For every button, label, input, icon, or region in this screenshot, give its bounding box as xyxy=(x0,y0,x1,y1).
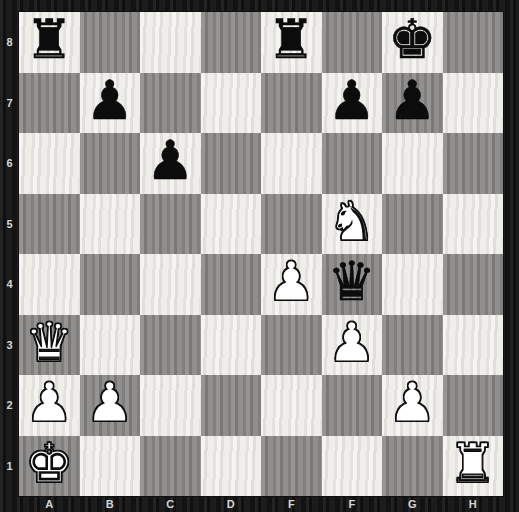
square-d2[interactable] xyxy=(201,375,262,436)
piece-black-pawn[interactable]: ♟ xyxy=(388,74,436,128)
piece-white-queen[interactable]: ♛ xyxy=(25,316,73,370)
square-f2[interactable] xyxy=(322,375,383,436)
rank-label-5: 5 xyxy=(0,194,19,255)
piece-black-rook[interactable]: ♜ xyxy=(25,13,73,67)
file-label-a: A xyxy=(19,496,80,512)
piece-white-rook[interactable]: ♜ xyxy=(449,437,497,491)
square-h8[interactable] xyxy=(443,12,504,73)
square-h5[interactable] xyxy=(443,194,504,255)
file-label-e: F xyxy=(261,496,322,512)
board: ♜♜♚♟♟♟♟♞♟♛♛♟♟♟♟♚♜ xyxy=(19,12,503,496)
square-b7[interactable]: ♟ xyxy=(80,73,141,134)
square-f1[interactable] xyxy=(322,436,383,497)
file-label-c: C xyxy=(140,496,201,512)
piece-black-king[interactable]: ♚ xyxy=(388,13,436,67)
file-label-b: B xyxy=(80,496,141,512)
square-h6[interactable] xyxy=(443,133,504,194)
piece-black-pawn[interactable]: ♟ xyxy=(146,134,194,188)
square-e6[interactable] xyxy=(261,133,322,194)
square-d8[interactable] xyxy=(201,12,262,73)
square-g8[interactable]: ♚ xyxy=(382,12,443,73)
square-g4[interactable] xyxy=(382,254,443,315)
square-g6[interactable] xyxy=(382,133,443,194)
square-f3[interactable]: ♟ xyxy=(322,315,383,376)
square-b2[interactable]: ♟ xyxy=(80,375,141,436)
square-b4[interactable] xyxy=(80,254,141,315)
piece-white-pawn[interactable]: ♟ xyxy=(388,376,436,430)
file-label-g: G xyxy=(382,496,443,512)
square-d4[interactable] xyxy=(201,254,262,315)
square-e7[interactable] xyxy=(261,73,322,134)
rank-label-4: 4 xyxy=(0,254,19,315)
square-e8[interactable]: ♜ xyxy=(261,12,322,73)
square-a2[interactable]: ♟ xyxy=(19,375,80,436)
file-label-d: D xyxy=(201,496,262,512)
square-f6[interactable] xyxy=(322,133,383,194)
piece-black-pawn[interactable]: ♟ xyxy=(86,74,134,128)
rank-label-8: 8 xyxy=(0,12,19,73)
square-h4[interactable] xyxy=(443,254,504,315)
file-label-h: H xyxy=(443,496,504,512)
square-e3[interactable] xyxy=(261,315,322,376)
square-a4[interactable] xyxy=(19,254,80,315)
square-e1[interactable] xyxy=(261,436,322,497)
square-c3[interactable] xyxy=(140,315,201,376)
rank-label-7: 7 xyxy=(0,73,19,134)
square-g3[interactable] xyxy=(382,315,443,376)
square-d3[interactable] xyxy=(201,315,262,376)
square-a5[interactable] xyxy=(19,194,80,255)
square-h1[interactable]: ♜ xyxy=(443,436,504,497)
square-b8[interactable] xyxy=(80,12,141,73)
square-e2[interactable] xyxy=(261,375,322,436)
square-a6[interactable] xyxy=(19,133,80,194)
piece-black-queen[interactable]: ♛ xyxy=(328,255,376,309)
piece-white-king[interactable]: ♚ xyxy=(25,437,73,491)
piece-white-pawn[interactable]: ♟ xyxy=(86,376,134,430)
square-g7[interactable]: ♟ xyxy=(382,73,443,134)
piece-black-rook[interactable]: ♜ xyxy=(267,13,315,67)
square-e4[interactable]: ♟ xyxy=(261,254,322,315)
rank-label-1: 1 xyxy=(0,436,19,497)
square-d6[interactable] xyxy=(201,133,262,194)
square-c7[interactable] xyxy=(140,73,201,134)
piece-white-pawn[interactable]: ♟ xyxy=(267,255,315,309)
square-h2[interactable] xyxy=(443,375,504,436)
square-g2[interactable]: ♟ xyxy=(382,375,443,436)
rank-label-3: 3 xyxy=(0,315,19,376)
square-b1[interactable] xyxy=(80,436,141,497)
square-c2[interactable] xyxy=(140,375,201,436)
square-d7[interactable] xyxy=(201,73,262,134)
square-g1[interactable] xyxy=(382,436,443,497)
square-h3[interactable] xyxy=(443,315,504,376)
square-f5[interactable]: ♞ xyxy=(322,194,383,255)
square-f7[interactable]: ♟ xyxy=(322,73,383,134)
square-c5[interactable] xyxy=(140,194,201,255)
square-a8[interactable]: ♜ xyxy=(19,12,80,73)
square-f4[interactable]: ♛ xyxy=(322,254,383,315)
square-b6[interactable] xyxy=(80,133,141,194)
square-c1[interactable] xyxy=(140,436,201,497)
chess-diagram: ♜♜♚♟♟♟♟♞♟♛♛♟♟♟♟♚♜ 87654321ABCDFFGH xyxy=(0,0,519,512)
rank-label-6: 6 xyxy=(0,133,19,194)
square-h7[interactable] xyxy=(443,73,504,134)
rank-label-2: 2 xyxy=(0,375,19,436)
square-f8[interactable] xyxy=(322,12,383,73)
square-b5[interactable] xyxy=(80,194,141,255)
file-label-f: F xyxy=(322,496,383,512)
square-d5[interactable] xyxy=(201,194,262,255)
square-c6[interactable]: ♟ xyxy=(140,133,201,194)
piece-white-pawn[interactable]: ♟ xyxy=(328,316,376,370)
piece-black-pawn[interactable]: ♟ xyxy=(328,74,376,128)
square-e5[interactable] xyxy=(261,194,322,255)
square-c4[interactable] xyxy=(140,254,201,315)
square-g5[interactable] xyxy=(382,194,443,255)
piece-white-pawn[interactable]: ♟ xyxy=(25,376,73,430)
square-a7[interactable] xyxy=(19,73,80,134)
square-a1[interactable]: ♚ xyxy=(19,436,80,497)
piece-white-knight[interactable]: ♞ xyxy=(328,195,376,249)
square-d1[interactable] xyxy=(201,436,262,497)
square-c8[interactable] xyxy=(140,12,201,73)
square-a3[interactable]: ♛ xyxy=(19,315,80,376)
square-b3[interactable] xyxy=(80,315,141,376)
